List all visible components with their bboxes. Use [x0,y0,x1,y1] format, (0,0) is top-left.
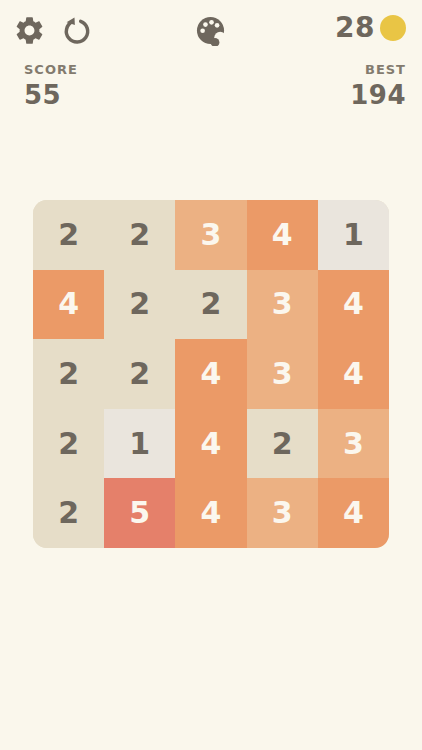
board: 2234142234224342142325434 [33,200,389,548]
tile-r5c5[interactable]: 4 [318,478,389,548]
tile-r2c4[interactable]: 3 [247,270,318,340]
tile-r2c2[interactable]: 2 [104,270,175,340]
settings-button[interactable] [13,14,46,47]
coin-icon [380,15,406,41]
undo-restart-icon [61,14,93,46]
coin-counter[interactable]: 28 [335,13,406,43]
palette-icon [195,15,226,46]
tile-r2c1[interactable]: 4 [33,270,104,340]
theme-button[interactable] [195,15,226,46]
tile-r4c1[interactable]: 2 [33,409,104,479]
tile-r1c5[interactable]: 1 [318,200,389,270]
best-panel: BEST 194 [350,62,406,110]
tile-r4c4[interactable]: 2 [247,409,318,479]
tile-r3c2[interactable]: 2 [104,339,175,409]
tile-r2c5[interactable]: 4 [318,270,389,340]
tile-r5c1[interactable]: 2 [33,478,104,548]
score-panel: SCORE 55 [24,62,78,110]
coin-count: 28 [335,13,375,43]
tile-r1c1[interactable]: 2 [33,200,104,270]
tile-r4c2[interactable]: 1 [104,409,175,479]
tile-r3c1[interactable]: 2 [33,339,104,409]
tile-r3c4[interactable]: 3 [247,339,318,409]
gear-icon [13,14,46,47]
tile-r4c5[interactable]: 3 [318,409,389,479]
undo-button[interactable] [61,14,93,46]
tile-r3c3[interactable]: 4 [175,339,246,409]
score-value: 55 [24,80,78,110]
tile-r1c2[interactable]: 2 [104,200,175,270]
score-label: SCORE [24,62,78,77]
best-label: BEST [350,62,406,77]
tile-r1c3[interactable]: 3 [175,200,246,270]
tile-r3c5[interactable]: 4 [318,339,389,409]
tile-r2c3[interactable]: 2 [175,270,246,340]
tile-r5c3[interactable]: 4 [175,478,246,548]
tile-r4c3[interactable]: 4 [175,409,246,479]
tile-r1c4[interactable]: 4 [247,200,318,270]
tile-r5c2[interactable]: 5 [104,478,175,548]
best-value: 194 [350,80,406,110]
tile-r5c4[interactable]: 3 [247,478,318,548]
